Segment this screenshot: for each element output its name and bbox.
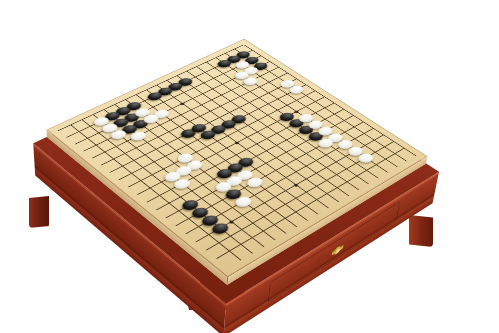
white-stone <box>184 159 205 172</box>
black-stone <box>235 156 256 169</box>
table-foot-left <box>29 196 49 228</box>
go-board-photo <box>0 0 499 333</box>
star-point <box>293 183 299 187</box>
black-stone <box>179 198 201 212</box>
black-stone <box>209 221 231 236</box>
star-point <box>180 102 185 105</box>
black-stone <box>223 187 245 201</box>
white-stone <box>162 170 183 183</box>
black-stone <box>189 206 211 220</box>
black-stone <box>214 167 235 180</box>
white-stone <box>173 164 194 177</box>
white-stone <box>234 169 255 182</box>
white-stone <box>175 152 196 165</box>
black-stone <box>199 213 221 228</box>
white-stone <box>213 180 234 194</box>
star-point <box>170 175 176 179</box>
star-point <box>294 110 299 113</box>
white-stone <box>356 152 376 165</box>
white-stone <box>171 177 192 191</box>
star-point <box>234 141 240 144</box>
star-point <box>228 220 234 224</box>
table-foot-right <box>409 215 433 247</box>
black-stone <box>225 161 246 174</box>
white-stone <box>224 174 245 187</box>
white-stone <box>233 195 255 209</box>
white-stone <box>244 176 265 189</box>
